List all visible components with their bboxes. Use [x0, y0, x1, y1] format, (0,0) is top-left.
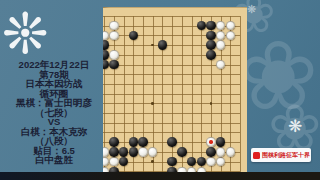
flower-logo-icon: ❊ [2, 6, 49, 62]
video-frame: ❊ ❀ ❀ ❀ ❋ ❋ 2022年12月22日 第78期 日本本因坊战 循环圈 … [0, 0, 320, 180]
go-board [103, 7, 247, 173]
stone-black-Q5 [206, 147, 215, 156]
stone-black-G5 [119, 147, 128, 156]
stone-white-E17 [103, 31, 109, 40]
stone-white-S17 [226, 31, 235, 40]
stone-black-M6 [167, 137, 176, 146]
stone-white-Q6 [206, 137, 215, 146]
stone-white-E4 [103, 157, 109, 166]
stone-white-S18 [226, 21, 235, 30]
grid-line [103, 132, 240, 133]
stone-white-R16 [216, 40, 225, 49]
watermark: 围棋利路征军十界 [251, 148, 311, 162]
stone-white-R5 [216, 147, 225, 156]
stone-black-H6 [129, 137, 138, 146]
last-move-marker [209, 140, 212, 143]
background-flower-icon: ❀ [238, 28, 318, 124]
stone-white-R18 [216, 21, 225, 30]
star-point [151, 160, 154, 163]
stone-black-F5 [109, 147, 118, 156]
stone-white-K5 [148, 147, 157, 156]
stone-black-Q17 [206, 31, 215, 40]
stone-black-E15 [103, 50, 109, 59]
stone-white-F15 [109, 50, 118, 59]
stone-black-E16 [103, 40, 109, 49]
stone-white-E5 [103, 147, 109, 156]
go-board-grid [103, 8, 247, 173]
stone-white-F4 [109, 157, 118, 166]
watermark-logo-icon [253, 152, 260, 159]
bottom-shadow [0, 172, 320, 180]
stone-black-Q16 [206, 40, 215, 49]
stone-black-F6 [109, 137, 118, 146]
stone-white-Q4 [206, 157, 215, 166]
grid-line [201, 16, 202, 173]
star-point [210, 102, 213, 105]
stone-black-H5 [129, 147, 138, 156]
stone-black-Q15 [206, 50, 215, 59]
watermark-text: 围棋利路征军十界 [262, 152, 310, 158]
grid-line [103, 123, 240, 124]
stone-white-J5 [138, 147, 147, 156]
game-info-panel: 2022年12月22日 第78期 日本本因坊战 循环圈 黑棋：富士田明彦 （七段… [0, 60, 108, 165]
stone-white-R4 [216, 157, 225, 166]
sparkle-icon: ❋ [288, 118, 302, 135]
grid-line [172, 16, 173, 173]
stone-white-R14 [216, 60, 225, 69]
stone-black-R6 [216, 137, 225, 146]
stone-black-N5 [177, 147, 186, 156]
stone-black-J6 [138, 137, 147, 146]
stone-black-P18 [197, 21, 206, 30]
result-line: 白中盘胜 [0, 155, 108, 165]
stone-black-F14 [109, 60, 118, 69]
stone-black-E14 [103, 60, 109, 69]
stone-black-G4 [119, 157, 128, 166]
stone-white-R17 [216, 31, 225, 40]
sparkle-icon: ❋ [247, 4, 256, 15]
stone-black-O4 [187, 157, 196, 166]
stone-white-S5 [226, 147, 235, 156]
star-point [151, 102, 154, 105]
stone-white-F17 [109, 31, 118, 40]
grid-line [192, 16, 193, 173]
stone-black-H17 [129, 31, 138, 40]
stone-white-F18 [109, 21, 118, 30]
stone-black-L16 [158, 40, 167, 49]
stone-black-P4 [197, 157, 206, 166]
grid-line [240, 16, 241, 173]
stone-black-M4 [167, 157, 176, 166]
stone-black-Q18 [206, 21, 215, 30]
